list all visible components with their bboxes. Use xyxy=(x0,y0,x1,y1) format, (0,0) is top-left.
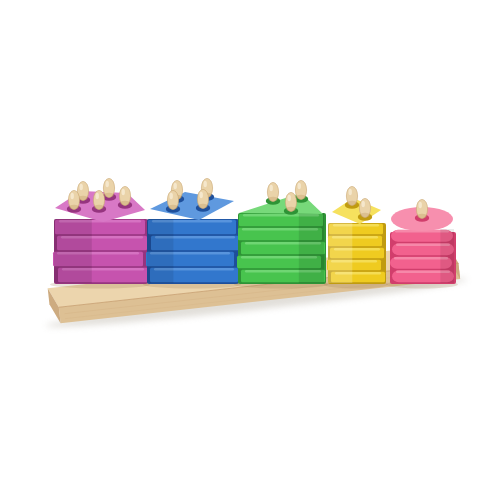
circle-stack xyxy=(386,199,458,288)
peg-highlight xyxy=(204,181,207,187)
pentagon-stack xyxy=(50,178,150,288)
peg-base-shade xyxy=(286,207,295,211)
peg-base-shade xyxy=(94,205,103,209)
peg-base-shade xyxy=(417,214,426,218)
peg-highlight xyxy=(298,183,301,189)
peg-base-shade xyxy=(268,197,277,201)
peg-highlight xyxy=(349,189,352,195)
peg-highlight xyxy=(174,183,177,189)
face-shading xyxy=(54,219,92,283)
peg-base-shade xyxy=(104,193,113,197)
face-shading xyxy=(328,223,352,283)
peg-base-shade xyxy=(69,205,78,209)
peg-base-shade xyxy=(168,205,177,209)
peg-base-shade xyxy=(296,195,305,199)
face-shading xyxy=(299,213,324,283)
peg-base-shade xyxy=(360,213,369,217)
face-shading xyxy=(440,229,454,283)
peg-highlight xyxy=(122,189,125,195)
peg-base-shade xyxy=(198,204,207,208)
peg-highlight xyxy=(200,192,203,198)
triangle-stack xyxy=(234,180,328,288)
peg-highlight xyxy=(270,185,273,191)
peg-base-shade xyxy=(347,201,356,205)
face-shading xyxy=(147,219,173,283)
peg-base-shade xyxy=(120,201,129,205)
peg-highlight xyxy=(170,193,173,199)
peg-highlight xyxy=(419,202,422,208)
triangle-top-face xyxy=(239,193,323,214)
peg-highlight xyxy=(71,193,74,199)
peg-highlight xyxy=(106,181,109,187)
product-photo xyxy=(0,0,500,500)
peg-highlight xyxy=(80,184,83,190)
square-top-face xyxy=(150,192,234,220)
toy-scene xyxy=(0,0,500,500)
square-stack xyxy=(143,178,241,288)
peg-highlight xyxy=(96,193,99,199)
piece-top-highlight xyxy=(394,257,448,259)
peg-highlight xyxy=(288,195,291,201)
rectangle-stack xyxy=(324,186,388,288)
peg-highlight xyxy=(362,201,365,207)
